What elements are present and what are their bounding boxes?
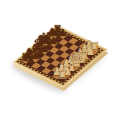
chess-board [12,24,107,87]
product-photo-scene: ♜♞♝♛♚♝♞♜♟♟♟♟♟♟♟♟♟♟♟♟♟♟♟♟♜♞♝♛♚♝♞♜ [0,0,120,120]
